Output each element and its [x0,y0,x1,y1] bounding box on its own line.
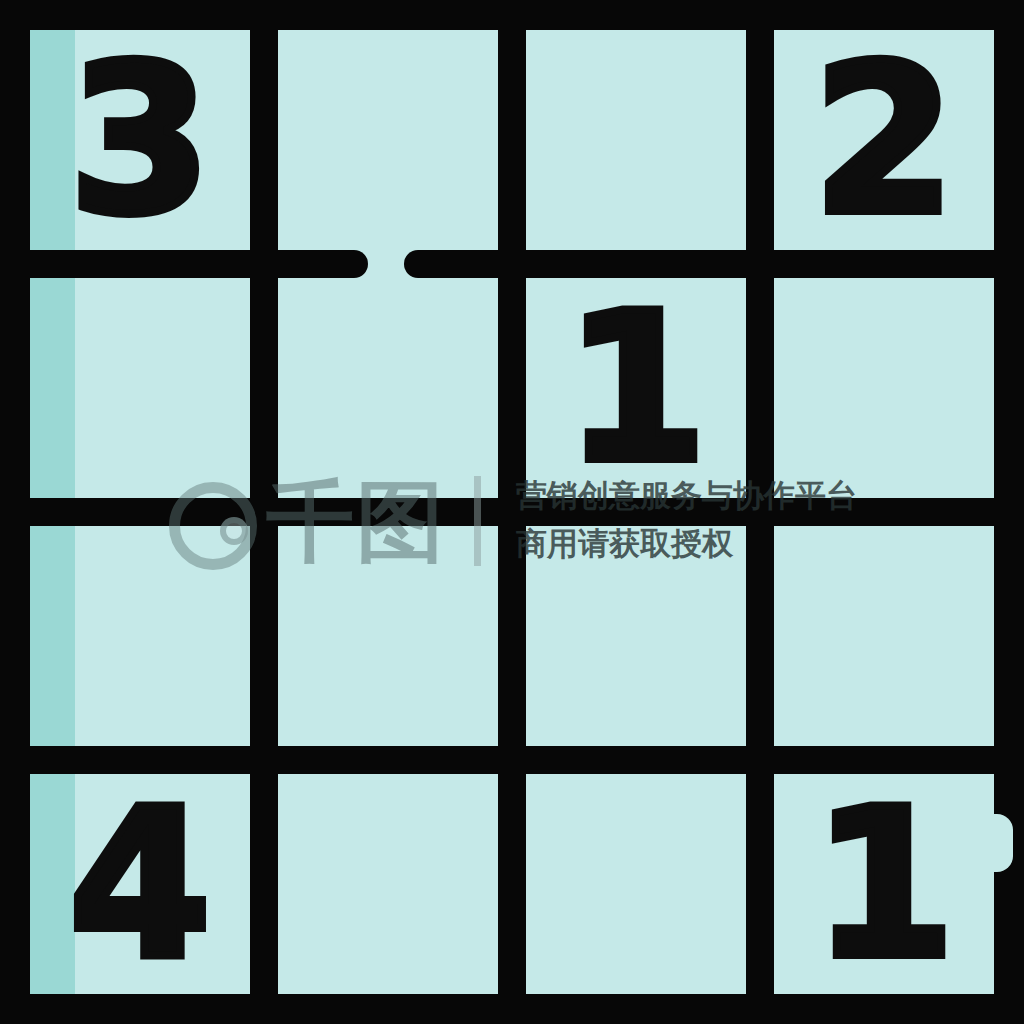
watermark-tagline: 营销创意服务与协作平台 商用请获取授权 [516,471,857,567]
cell-r3c0[interactable]: 4 [30,774,250,994]
cell-r0c2[interactable] [526,30,746,250]
cell-edge-tab [994,814,1013,872]
watermark-tagline-line2: 商用请获取授权 [516,519,857,567]
watermark-tagline-line1: 营销创意服务与协作平台 [516,471,857,519]
cell-r1c1[interactable] [278,278,498,498]
cell-r0c3[interactable]: 2 [774,30,994,250]
grid-line-break [340,250,432,278]
cell-r1c2[interactable]: 1 [526,278,746,498]
cell-r1c3[interactable] [774,278,994,498]
cell-r3c2[interactable] [526,774,746,994]
cell-r0c1[interactable] [278,30,498,250]
cell-r0c0[interactable]: 3 [30,30,250,250]
cell-r3c1[interactable] [278,774,498,994]
watermark-brand-text: 千图 [266,478,446,566]
cell-r3c3[interactable]: 1 [774,774,994,994]
watermark-logo-dot-icon [220,517,248,545]
sudoku-icon-stage: 3 2 1 4 1 千图 营销创意服务与协作平台 商用请获取授权 [0,0,1024,1024]
cell-r1c0[interactable] [30,278,250,498]
grid-line-cap-right [404,250,432,278]
watermark-separator [474,476,481,566]
grid-line-cap-left [340,250,368,278]
